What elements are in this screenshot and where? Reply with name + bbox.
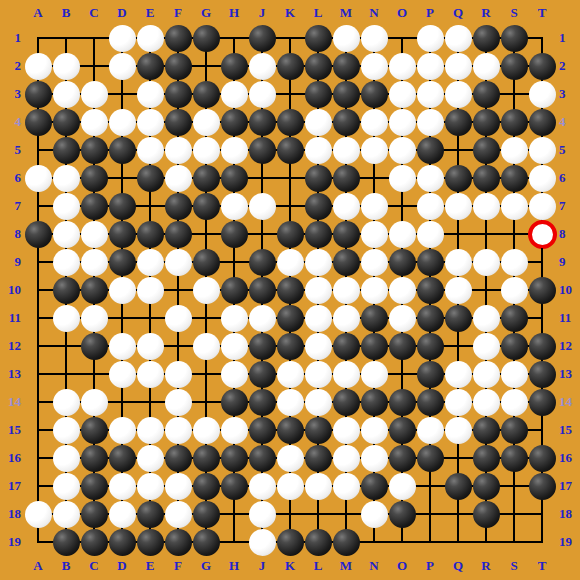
intersection-N14[interactable] bbox=[360, 388, 388, 416]
intersection-N19[interactable] bbox=[360, 528, 388, 556]
intersection-S3[interactable] bbox=[500, 80, 528, 108]
intersection-J5[interactable] bbox=[248, 136, 276, 164]
intersection-T12[interactable] bbox=[528, 332, 556, 360]
intersection-P10[interactable] bbox=[416, 276, 444, 304]
intersection-C18[interactable] bbox=[80, 500, 108, 528]
intersection-R18[interactable] bbox=[472, 500, 500, 528]
intersection-H5[interactable] bbox=[220, 136, 248, 164]
intersection-S10[interactable] bbox=[500, 276, 528, 304]
intersection-L4[interactable] bbox=[304, 108, 332, 136]
intersection-R8[interactable] bbox=[472, 220, 500, 248]
intersection-Q5[interactable] bbox=[444, 136, 472, 164]
intersection-L1[interactable] bbox=[304, 24, 332, 52]
intersection-T9[interactable] bbox=[528, 248, 556, 276]
intersection-C5[interactable] bbox=[80, 136, 108, 164]
intersection-O9[interactable] bbox=[388, 248, 416, 276]
intersection-B14[interactable] bbox=[52, 388, 80, 416]
intersection-B2[interactable] bbox=[52, 52, 80, 80]
intersection-S19[interactable] bbox=[500, 528, 528, 556]
intersection-B4[interactable] bbox=[52, 108, 80, 136]
intersection-L15[interactable] bbox=[304, 416, 332, 444]
intersection-F8[interactable] bbox=[164, 220, 192, 248]
intersection-A5[interactable] bbox=[24, 136, 52, 164]
intersection-J9[interactable] bbox=[248, 248, 276, 276]
intersection-C7[interactable] bbox=[80, 192, 108, 220]
intersection-Q10[interactable] bbox=[444, 276, 472, 304]
intersection-M15[interactable] bbox=[332, 416, 360, 444]
intersection-O8[interactable] bbox=[388, 220, 416, 248]
intersection-H10[interactable] bbox=[220, 276, 248, 304]
intersection-J12[interactable] bbox=[248, 332, 276, 360]
intersection-M10[interactable] bbox=[332, 276, 360, 304]
intersection-T11[interactable] bbox=[528, 304, 556, 332]
intersection-D15[interactable] bbox=[108, 416, 136, 444]
intersection-F11[interactable] bbox=[164, 304, 192, 332]
intersection-A7[interactable] bbox=[24, 192, 52, 220]
intersection-R16[interactable] bbox=[472, 444, 500, 472]
intersection-O16[interactable] bbox=[388, 444, 416, 472]
intersection-H7[interactable] bbox=[220, 192, 248, 220]
intersection-M7[interactable] bbox=[332, 192, 360, 220]
intersection-M16[interactable] bbox=[332, 444, 360, 472]
intersection-F3[interactable] bbox=[164, 80, 192, 108]
intersection-F16[interactable] bbox=[164, 444, 192, 472]
intersection-B16[interactable] bbox=[52, 444, 80, 472]
intersection-N8[interactable] bbox=[360, 220, 388, 248]
intersection-D4[interactable] bbox=[108, 108, 136, 136]
intersection-A3[interactable] bbox=[24, 80, 52, 108]
intersection-N4[interactable] bbox=[360, 108, 388, 136]
intersection-L13[interactable] bbox=[304, 360, 332, 388]
intersection-B8[interactable] bbox=[52, 220, 80, 248]
intersection-P6[interactable] bbox=[416, 164, 444, 192]
intersection-J3[interactable] bbox=[248, 80, 276, 108]
intersection-G2[interactable] bbox=[192, 52, 220, 80]
intersection-K13[interactable] bbox=[276, 360, 304, 388]
intersection-C3[interactable] bbox=[80, 80, 108, 108]
intersection-H8[interactable] bbox=[220, 220, 248, 248]
intersection-Q15[interactable] bbox=[444, 416, 472, 444]
intersection-G6[interactable] bbox=[192, 164, 220, 192]
intersection-P8[interactable] bbox=[416, 220, 444, 248]
intersection-P9[interactable] bbox=[416, 248, 444, 276]
intersection-O2[interactable] bbox=[388, 52, 416, 80]
intersection-N3[interactable] bbox=[360, 80, 388, 108]
intersection-G19[interactable] bbox=[192, 528, 220, 556]
intersection-O15[interactable] bbox=[388, 416, 416, 444]
intersection-C17[interactable] bbox=[80, 472, 108, 500]
intersection-T10[interactable] bbox=[528, 276, 556, 304]
intersection-D18[interactable] bbox=[108, 500, 136, 528]
intersection-E2[interactable] bbox=[136, 52, 164, 80]
intersection-M14[interactable] bbox=[332, 388, 360, 416]
intersection-C1[interactable] bbox=[80, 24, 108, 52]
intersection-T19[interactable] bbox=[528, 528, 556, 556]
intersection-C13[interactable] bbox=[80, 360, 108, 388]
intersection-R13[interactable] bbox=[472, 360, 500, 388]
intersection-S18[interactable] bbox=[500, 500, 528, 528]
intersection-T13[interactable] bbox=[528, 360, 556, 388]
intersection-K15[interactable] bbox=[276, 416, 304, 444]
intersection-M4[interactable] bbox=[332, 108, 360, 136]
intersection-F5[interactable] bbox=[164, 136, 192, 164]
intersection-P1[interactable] bbox=[416, 24, 444, 52]
intersection-B18[interactable] bbox=[52, 500, 80, 528]
intersection-S2[interactable] bbox=[500, 52, 528, 80]
intersection-T1[interactable] bbox=[528, 24, 556, 52]
intersection-P3[interactable] bbox=[416, 80, 444, 108]
intersection-A2[interactable] bbox=[24, 52, 52, 80]
intersection-E11[interactable] bbox=[136, 304, 164, 332]
intersection-R9[interactable] bbox=[472, 248, 500, 276]
intersection-B1[interactable] bbox=[52, 24, 80, 52]
intersection-M5[interactable] bbox=[332, 136, 360, 164]
intersection-A14[interactable] bbox=[24, 388, 52, 416]
intersection-M13[interactable] bbox=[332, 360, 360, 388]
intersection-D10[interactable] bbox=[108, 276, 136, 304]
intersection-H3[interactable] bbox=[220, 80, 248, 108]
intersection-G17[interactable] bbox=[192, 472, 220, 500]
intersection-B19[interactable] bbox=[52, 528, 80, 556]
intersection-A13[interactable] bbox=[24, 360, 52, 388]
intersection-F7[interactable] bbox=[164, 192, 192, 220]
intersection-D7[interactable] bbox=[108, 192, 136, 220]
intersection-G11[interactable] bbox=[192, 304, 220, 332]
intersection-O4[interactable] bbox=[388, 108, 416, 136]
intersection-P11[interactable] bbox=[416, 304, 444, 332]
intersection-L5[interactable] bbox=[304, 136, 332, 164]
intersection-M17[interactable] bbox=[332, 472, 360, 500]
intersection-T2[interactable] bbox=[528, 52, 556, 80]
intersection-Q12[interactable] bbox=[444, 332, 472, 360]
intersection-B11[interactable] bbox=[52, 304, 80, 332]
intersection-E9[interactable] bbox=[136, 248, 164, 276]
intersection-N10[interactable] bbox=[360, 276, 388, 304]
intersection-N17[interactable] bbox=[360, 472, 388, 500]
intersection-O11[interactable] bbox=[388, 304, 416, 332]
intersection-F12[interactable] bbox=[164, 332, 192, 360]
intersection-E17[interactable] bbox=[136, 472, 164, 500]
intersection-O5[interactable] bbox=[388, 136, 416, 164]
intersection-A4[interactable] bbox=[24, 108, 52, 136]
intersection-P5[interactable] bbox=[416, 136, 444, 164]
intersection-L14[interactable] bbox=[304, 388, 332, 416]
intersection-F18[interactable] bbox=[164, 500, 192, 528]
intersection-E7[interactable] bbox=[136, 192, 164, 220]
intersection-B7[interactable] bbox=[52, 192, 80, 220]
intersection-C9[interactable] bbox=[80, 248, 108, 276]
intersection-J8[interactable] bbox=[248, 220, 276, 248]
intersection-T18[interactable] bbox=[528, 500, 556, 528]
intersection-H19[interactable] bbox=[220, 528, 248, 556]
intersection-N2[interactable] bbox=[360, 52, 388, 80]
intersection-L11[interactable] bbox=[304, 304, 332, 332]
intersection-A11[interactable] bbox=[24, 304, 52, 332]
intersection-T16[interactable] bbox=[528, 444, 556, 472]
intersection-R6[interactable] bbox=[472, 164, 500, 192]
intersection-E12[interactable] bbox=[136, 332, 164, 360]
intersection-R4[interactable] bbox=[472, 108, 500, 136]
intersection-F15[interactable] bbox=[164, 416, 192, 444]
intersection-T14[interactable] bbox=[528, 388, 556, 416]
intersection-Q18[interactable] bbox=[444, 500, 472, 528]
intersection-H17[interactable] bbox=[220, 472, 248, 500]
intersection-C8[interactable] bbox=[80, 220, 108, 248]
intersection-J16[interactable] bbox=[248, 444, 276, 472]
intersection-R15[interactable] bbox=[472, 416, 500, 444]
intersection-H18[interactable] bbox=[220, 500, 248, 528]
intersection-K19[interactable] bbox=[276, 528, 304, 556]
intersection-M3[interactable] bbox=[332, 80, 360, 108]
intersection-F1[interactable] bbox=[164, 24, 192, 52]
intersection-G9[interactable] bbox=[192, 248, 220, 276]
intersection-N11[interactable] bbox=[360, 304, 388, 332]
intersection-D17[interactable] bbox=[108, 472, 136, 500]
intersection-S14[interactable] bbox=[500, 388, 528, 416]
intersection-G4[interactable] bbox=[192, 108, 220, 136]
intersection-Q16[interactable] bbox=[444, 444, 472, 472]
intersection-G7[interactable] bbox=[192, 192, 220, 220]
intersection-D2[interactable] bbox=[108, 52, 136, 80]
intersection-D6[interactable] bbox=[108, 164, 136, 192]
intersection-G16[interactable] bbox=[192, 444, 220, 472]
intersection-K18[interactable] bbox=[276, 500, 304, 528]
intersection-E15[interactable] bbox=[136, 416, 164, 444]
intersection-G13[interactable] bbox=[192, 360, 220, 388]
intersection-J18[interactable] bbox=[248, 500, 276, 528]
intersection-T4[interactable] bbox=[528, 108, 556, 136]
intersection-Q9[interactable] bbox=[444, 248, 472, 276]
intersection-L12[interactable] bbox=[304, 332, 332, 360]
intersection-J6[interactable] bbox=[248, 164, 276, 192]
intersection-P15[interactable] bbox=[416, 416, 444, 444]
intersection-K4[interactable] bbox=[276, 108, 304, 136]
intersection-O17[interactable] bbox=[388, 472, 416, 500]
intersection-O1[interactable] bbox=[388, 24, 416, 52]
intersection-D11[interactable] bbox=[108, 304, 136, 332]
intersection-N6[interactable] bbox=[360, 164, 388, 192]
intersection-T6[interactable] bbox=[528, 164, 556, 192]
intersection-B17[interactable] bbox=[52, 472, 80, 500]
intersection-D1[interactable] bbox=[108, 24, 136, 52]
intersection-O6[interactable] bbox=[388, 164, 416, 192]
intersection-H6[interactable] bbox=[220, 164, 248, 192]
intersection-F2[interactable] bbox=[164, 52, 192, 80]
intersection-P14[interactable] bbox=[416, 388, 444, 416]
intersection-N15[interactable] bbox=[360, 416, 388, 444]
intersection-N1[interactable] bbox=[360, 24, 388, 52]
intersection-B9[interactable] bbox=[52, 248, 80, 276]
intersection-M11[interactable] bbox=[332, 304, 360, 332]
intersection-P13[interactable] bbox=[416, 360, 444, 388]
intersection-S16[interactable] bbox=[500, 444, 528, 472]
intersection-F4[interactable] bbox=[164, 108, 192, 136]
intersection-D12[interactable] bbox=[108, 332, 136, 360]
intersection-G15[interactable] bbox=[192, 416, 220, 444]
intersection-S8[interactable] bbox=[500, 220, 528, 248]
intersection-S7[interactable] bbox=[500, 192, 528, 220]
intersection-E13[interactable] bbox=[136, 360, 164, 388]
intersection-B13[interactable] bbox=[52, 360, 80, 388]
intersection-Q19[interactable] bbox=[444, 528, 472, 556]
intersection-G8[interactable] bbox=[192, 220, 220, 248]
intersection-R5[interactable] bbox=[472, 136, 500, 164]
intersection-K2[interactable] bbox=[276, 52, 304, 80]
intersection-S17[interactable] bbox=[500, 472, 528, 500]
intersection-N5[interactable] bbox=[360, 136, 388, 164]
intersection-B15[interactable] bbox=[52, 416, 80, 444]
intersection-E1[interactable] bbox=[136, 24, 164, 52]
intersection-K17[interactable] bbox=[276, 472, 304, 500]
intersection-J14[interactable] bbox=[248, 388, 276, 416]
intersection-Q4[interactable] bbox=[444, 108, 472, 136]
intersection-S1[interactable] bbox=[500, 24, 528, 52]
intersection-L7[interactable] bbox=[304, 192, 332, 220]
intersection-E5[interactable] bbox=[136, 136, 164, 164]
intersection-P16[interactable] bbox=[416, 444, 444, 472]
intersection-S11[interactable] bbox=[500, 304, 528, 332]
intersection-T7[interactable] bbox=[528, 192, 556, 220]
intersection-E19[interactable] bbox=[136, 528, 164, 556]
intersection-S4[interactable] bbox=[500, 108, 528, 136]
intersection-G5[interactable] bbox=[192, 136, 220, 164]
intersection-G14[interactable] bbox=[192, 388, 220, 416]
intersection-H13[interactable] bbox=[220, 360, 248, 388]
intersection-Q2[interactable] bbox=[444, 52, 472, 80]
intersection-G12[interactable] bbox=[192, 332, 220, 360]
intersection-P17[interactable] bbox=[416, 472, 444, 500]
intersection-L8[interactable] bbox=[304, 220, 332, 248]
intersection-A1[interactable] bbox=[24, 24, 52, 52]
intersection-O14[interactable] bbox=[388, 388, 416, 416]
intersection-L6[interactable] bbox=[304, 164, 332, 192]
intersection-L2[interactable] bbox=[304, 52, 332, 80]
intersection-H12[interactable] bbox=[220, 332, 248, 360]
intersection-A19[interactable] bbox=[24, 528, 52, 556]
intersection-N13[interactable] bbox=[360, 360, 388, 388]
intersection-K8[interactable] bbox=[276, 220, 304, 248]
intersection-R2[interactable] bbox=[472, 52, 500, 80]
intersection-R11[interactable] bbox=[472, 304, 500, 332]
intersection-A6[interactable] bbox=[24, 164, 52, 192]
intersection-K3[interactable] bbox=[276, 80, 304, 108]
intersection-B6[interactable] bbox=[52, 164, 80, 192]
intersection-R3[interactable] bbox=[472, 80, 500, 108]
intersection-L16[interactable] bbox=[304, 444, 332, 472]
intersection-S13[interactable] bbox=[500, 360, 528, 388]
intersection-M12[interactable] bbox=[332, 332, 360, 360]
intersection-F10[interactable] bbox=[164, 276, 192, 304]
intersection-J7[interactable] bbox=[248, 192, 276, 220]
intersection-A17[interactable] bbox=[24, 472, 52, 500]
intersection-H1[interactable] bbox=[220, 24, 248, 52]
intersection-M1[interactable] bbox=[332, 24, 360, 52]
intersection-E16[interactable] bbox=[136, 444, 164, 472]
intersection-M6[interactable] bbox=[332, 164, 360, 192]
intersection-A9[interactable] bbox=[24, 248, 52, 276]
intersection-Q1[interactable] bbox=[444, 24, 472, 52]
intersection-C2[interactable] bbox=[80, 52, 108, 80]
intersection-P19[interactable] bbox=[416, 528, 444, 556]
intersection-F17[interactable] bbox=[164, 472, 192, 500]
intersection-H11[interactable] bbox=[220, 304, 248, 332]
intersection-C4[interactable] bbox=[80, 108, 108, 136]
intersection-M9[interactable] bbox=[332, 248, 360, 276]
intersection-L19[interactable] bbox=[304, 528, 332, 556]
intersection-Q3[interactable] bbox=[444, 80, 472, 108]
intersection-H14[interactable] bbox=[220, 388, 248, 416]
intersection-D13[interactable] bbox=[108, 360, 136, 388]
intersection-S6[interactable] bbox=[500, 164, 528, 192]
intersection-D19[interactable] bbox=[108, 528, 136, 556]
intersection-K5[interactable] bbox=[276, 136, 304, 164]
intersection-O10[interactable] bbox=[388, 276, 416, 304]
intersection-A12[interactable] bbox=[24, 332, 52, 360]
intersection-E8[interactable] bbox=[136, 220, 164, 248]
intersection-E3[interactable] bbox=[136, 80, 164, 108]
intersection-H16[interactable] bbox=[220, 444, 248, 472]
intersection-C11[interactable] bbox=[80, 304, 108, 332]
intersection-K10[interactable] bbox=[276, 276, 304, 304]
intersection-L10[interactable] bbox=[304, 276, 332, 304]
intersection-A8[interactable] bbox=[24, 220, 52, 248]
intersection-O7[interactable] bbox=[388, 192, 416, 220]
intersection-A18[interactable] bbox=[24, 500, 52, 528]
intersection-Q11[interactable] bbox=[444, 304, 472, 332]
intersection-C16[interactable] bbox=[80, 444, 108, 472]
intersection-J11[interactable] bbox=[248, 304, 276, 332]
intersection-J1[interactable] bbox=[248, 24, 276, 52]
intersection-N9[interactable] bbox=[360, 248, 388, 276]
intersection-J15[interactable] bbox=[248, 416, 276, 444]
intersection-O19[interactable] bbox=[388, 528, 416, 556]
intersection-T15[interactable] bbox=[528, 416, 556, 444]
intersection-O13[interactable] bbox=[388, 360, 416, 388]
intersection-K1[interactable] bbox=[276, 24, 304, 52]
intersection-K14[interactable] bbox=[276, 388, 304, 416]
intersection-B5[interactable] bbox=[52, 136, 80, 164]
intersection-T8[interactable] bbox=[528, 220, 556, 248]
intersection-H2[interactable] bbox=[220, 52, 248, 80]
intersection-N16[interactable] bbox=[360, 444, 388, 472]
intersection-M19[interactable] bbox=[332, 528, 360, 556]
intersection-R14[interactable] bbox=[472, 388, 500, 416]
intersection-C10[interactable] bbox=[80, 276, 108, 304]
intersection-E14[interactable] bbox=[136, 388, 164, 416]
intersection-T17[interactable] bbox=[528, 472, 556, 500]
intersection-L17[interactable] bbox=[304, 472, 332, 500]
intersection-E4[interactable] bbox=[136, 108, 164, 136]
intersection-P18[interactable] bbox=[416, 500, 444, 528]
intersection-O18[interactable] bbox=[388, 500, 416, 528]
intersection-L18[interactable] bbox=[304, 500, 332, 528]
intersection-F6[interactable] bbox=[164, 164, 192, 192]
intersection-G10[interactable] bbox=[192, 276, 220, 304]
intersection-H15[interactable] bbox=[220, 416, 248, 444]
intersection-D16[interactable] bbox=[108, 444, 136, 472]
intersection-O3[interactable] bbox=[388, 80, 416, 108]
intersection-C14[interactable] bbox=[80, 388, 108, 416]
intersection-J13[interactable] bbox=[248, 360, 276, 388]
intersection-J17[interactable] bbox=[248, 472, 276, 500]
intersection-M18[interactable] bbox=[332, 500, 360, 528]
intersection-Q6[interactable] bbox=[444, 164, 472, 192]
intersection-B12[interactable] bbox=[52, 332, 80, 360]
intersection-R19[interactable] bbox=[472, 528, 500, 556]
intersection-D3[interactable] bbox=[108, 80, 136, 108]
intersection-R12[interactable] bbox=[472, 332, 500, 360]
intersection-Q17[interactable] bbox=[444, 472, 472, 500]
